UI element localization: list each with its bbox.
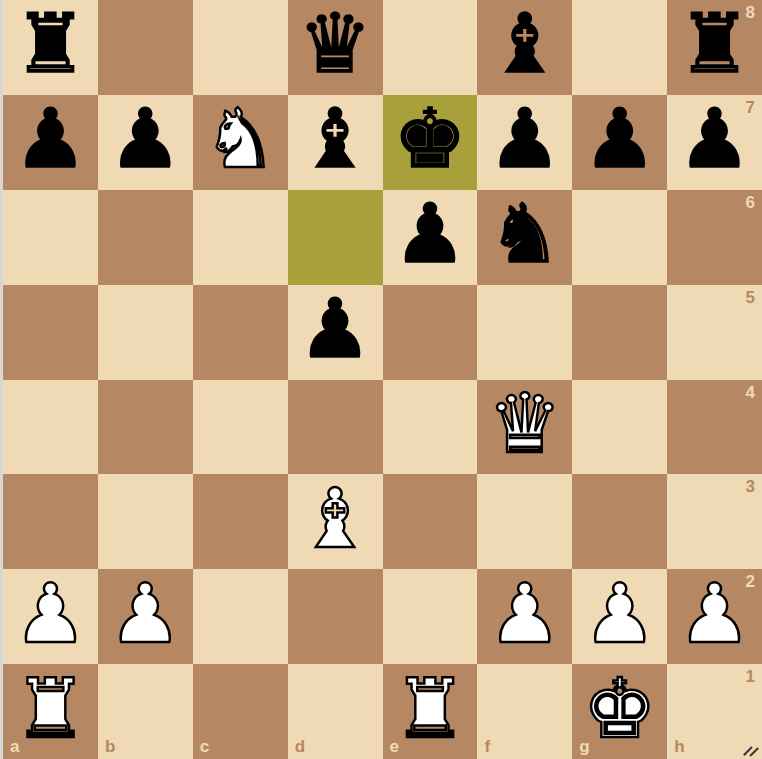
coord-rank-7: 7	[746, 99, 755, 116]
black-knight[interactable]: ♞	[488, 193, 562, 275]
black-pawn[interactable]: ♟	[393, 193, 467, 275]
square-b4[interactable]	[98, 380, 193, 475]
white-queen[interactable]: ♛	[488, 383, 562, 465]
white-pawn[interactable]: ♟	[488, 573, 562, 655]
coord-file-e: e	[390, 738, 399, 755]
square-a8[interactable]: ♜	[3, 0, 98, 95]
square-g8[interactable]	[572, 0, 667, 95]
white-king[interactable]: ♚	[583, 668, 657, 750]
black-pawn[interactable]: ♟	[14, 98, 88, 180]
square-b5[interactable]	[98, 285, 193, 380]
square-c6[interactable]	[193, 190, 288, 285]
black-king[interactable]: ♚	[393, 98, 467, 180]
square-e2[interactable]	[383, 569, 478, 664]
coord-rank-6: 6	[746, 194, 755, 211]
square-e5[interactable]	[383, 285, 478, 380]
square-f3[interactable]	[477, 474, 572, 569]
square-d5[interactable]: ♟	[288, 285, 383, 380]
black-bishop[interactable]: ♝	[298, 98, 372, 180]
square-f8[interactable]: ♝	[477, 0, 572, 95]
square-a3[interactable]	[3, 474, 98, 569]
square-f4[interactable]: ♛	[477, 380, 572, 475]
white-pawn[interactable]: ♟	[583, 573, 657, 655]
coord-rank-2: 2	[746, 573, 755, 590]
coord-rank-5: 5	[746, 289, 755, 306]
square-d1[interactable]: d	[288, 664, 383, 759]
square-f6[interactable]: ♞	[477, 190, 572, 285]
coord-rank-4: 4	[746, 384, 755, 401]
square-d7[interactable]: ♝	[288, 95, 383, 190]
square-e4[interactable]	[383, 380, 478, 475]
coord-rank-3: 3	[746, 478, 755, 495]
coord-file-d: d	[295, 738, 305, 755]
coord-rank-1: 1	[746, 668, 755, 685]
square-e6[interactable]: ♟	[383, 190, 478, 285]
coord-file-c: c	[200, 738, 209, 755]
square-c8[interactable]	[193, 0, 288, 95]
square-h6[interactable]: 6	[667, 190, 762, 285]
white-pawn[interactable]: ♟	[14, 573, 88, 655]
black-bishop[interactable]: ♝	[488, 3, 562, 85]
square-a7[interactable]: ♟	[3, 95, 98, 190]
white-rook[interactable]: ♜	[14, 668, 88, 750]
square-c2[interactable]	[193, 569, 288, 664]
coord-file-f: f	[484, 738, 490, 755]
square-h4[interactable]: 4	[667, 380, 762, 475]
coord-file-g: g	[579, 738, 589, 755]
coord-file-a: a	[10, 738, 19, 755]
page: ♜♛♝♜8♟♟♞♝♚♟♟♟7♟♞6♟5♛4♝3♟♟♟♟♟2♜abcd♜ef♚g1…	[0, 0, 762, 759]
square-f5[interactable]	[477, 285, 572, 380]
square-h2[interactable]: ♟2	[667, 569, 762, 664]
coord-rank-8: 8	[746, 4, 755, 21]
coord-file-h: h	[674, 738, 684, 755]
square-a1[interactable]: ♜a	[3, 664, 98, 759]
chess-board: ♜♛♝♜8♟♟♞♝♚♟♟♟7♟♞6♟5♛4♝3♟♟♟♟♟2♜abcd♜ef♚g1…	[3, 0, 762, 759]
square-h5[interactable]: 5	[667, 285, 762, 380]
black-pawn[interactable]: ♟	[298, 288, 372, 370]
square-c1[interactable]: c	[193, 664, 288, 759]
square-c4[interactable]	[193, 380, 288, 475]
black-pawn[interactable]: ♟	[583, 98, 657, 180]
black-rook[interactable]: ♜	[678, 3, 752, 85]
square-c7[interactable]: ♞	[193, 95, 288, 190]
square-b3[interactable]	[98, 474, 193, 569]
square-g7[interactable]: ♟	[572, 95, 667, 190]
square-g3[interactable]	[572, 474, 667, 569]
black-pawn[interactable]: ♟	[678, 98, 752, 180]
black-queen[interactable]: ♛	[298, 3, 372, 85]
black-pawn[interactable]: ♟	[488, 98, 562, 180]
square-g6[interactable]	[572, 190, 667, 285]
black-pawn[interactable]: ♟	[109, 98, 183, 180]
square-f1[interactable]: f	[477, 664, 572, 759]
square-d4[interactable]	[288, 380, 383, 475]
coord-file-b: b	[105, 738, 115, 755]
white-pawn[interactable]: ♟	[678, 573, 752, 655]
square-g1[interactable]: ♚g	[572, 664, 667, 759]
square-d2[interactable]	[288, 569, 383, 664]
square-g5[interactable]	[572, 285, 667, 380]
square-e3[interactable]	[383, 474, 478, 569]
square-f7[interactable]: ♟	[477, 95, 572, 190]
square-b6[interactable]	[98, 190, 193, 285]
square-c5[interactable]	[193, 285, 288, 380]
square-h7[interactable]: ♟7	[667, 95, 762, 190]
square-d3[interactable]: ♝	[288, 474, 383, 569]
board-resize-handle[interactable]	[742, 739, 760, 757]
white-pawn[interactable]: ♟	[109, 573, 183, 655]
white-bishop[interactable]: ♝	[298, 478, 372, 560]
square-a4[interactable]	[3, 380, 98, 475]
white-rook[interactable]: ♜	[393, 668, 467, 750]
square-e1[interactable]: ♜e	[383, 664, 478, 759]
white-knight[interactable]: ♞	[203, 98, 277, 180]
square-b2[interactable]: ♟	[98, 569, 193, 664]
square-a5[interactable]	[3, 285, 98, 380]
square-e8[interactable]	[383, 0, 478, 95]
square-b8[interactable]	[98, 0, 193, 95]
square-d8[interactable]: ♛	[288, 0, 383, 95]
black-rook[interactable]: ♜	[14, 3, 88, 85]
square-a6[interactable]	[3, 190, 98, 285]
square-b7[interactable]: ♟	[98, 95, 193, 190]
square-g4[interactable]	[572, 380, 667, 475]
square-e7[interactable]: ♚	[383, 95, 478, 190]
square-a2[interactable]: ♟	[3, 569, 98, 664]
square-h3[interactable]: 3	[667, 474, 762, 569]
square-d6[interactable]	[288, 190, 383, 285]
square-b1[interactable]: b	[98, 664, 193, 759]
square-g2[interactable]: ♟	[572, 569, 667, 664]
square-c3[interactable]	[193, 474, 288, 569]
square-f2[interactable]: ♟	[477, 569, 572, 664]
square-h8[interactable]: ♜8	[667, 0, 762, 95]
